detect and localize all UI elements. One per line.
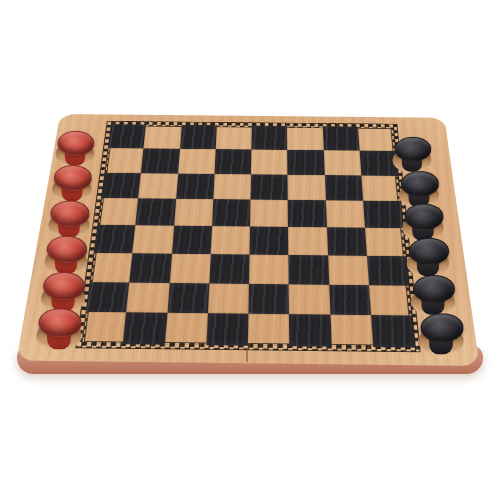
piece-trays — [0, 0, 500, 500]
top-checker — [420, 313, 463, 342]
top-checker — [404, 203, 443, 229]
top-checker — [47, 236, 87, 263]
top-checker — [409, 238, 449, 265]
top-checker — [50, 200, 89, 226]
top-checker — [58, 131, 95, 156]
black-checker-stack — [417, 312, 465, 362]
top-checker — [43, 272, 85, 300]
top-checker — [38, 308, 81, 337]
red-checker-stack — [35, 307, 83, 357]
top-checker — [54, 165, 92, 191]
top-checker — [401, 171, 439, 197]
product-photo — [0, 0, 500, 500]
top-checker — [413, 275, 455, 303]
top-checker — [395, 137, 432, 162]
